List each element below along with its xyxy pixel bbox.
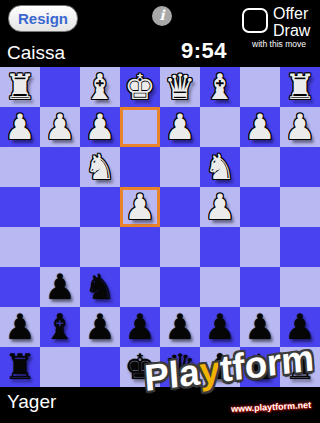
- white-knight-c3: ♞: [200, 147, 240, 187]
- square-a2[interactable]: ♟: [280, 107, 320, 147]
- square-f7[interactable]: ♟: [80, 307, 120, 347]
- square-d6[interactable]: [160, 267, 200, 307]
- square-f2[interactable]: ♟: [80, 107, 120, 147]
- white-pawn-g2: ♟: [40, 107, 80, 147]
- bottom-player-name: Yager: [7, 391, 56, 413]
- square-b3[interactable]: [240, 147, 280, 187]
- draw-line: Draw: [273, 22, 310, 39]
- black-pawn-c7: ♟: [200, 307, 240, 347]
- square-h8[interactable]: ♜: [0, 347, 40, 387]
- square-a6[interactable]: [280, 267, 320, 307]
- square-g1[interactable]: [40, 67, 80, 107]
- square-h7[interactable]: ♟: [0, 307, 40, 347]
- square-f6[interactable]: ♞: [80, 267, 120, 307]
- square-f4[interactable]: [80, 187, 120, 227]
- white-knight-f3: ♞: [80, 147, 120, 187]
- square-c4[interactable]: ♟: [200, 187, 240, 227]
- square-a3[interactable]: [280, 147, 320, 187]
- white-pawn-d2: ♟: [160, 107, 200, 147]
- square-c7[interactable]: ♟: [200, 307, 240, 347]
- info-icon[interactable]: i: [152, 6, 172, 26]
- white-pawn-h2: ♟: [0, 107, 40, 147]
- square-c2[interactable]: [200, 107, 240, 147]
- square-g4[interactable]: [40, 187, 80, 227]
- square-e2[interactable]: [120, 107, 160, 147]
- square-e6[interactable]: [120, 267, 160, 307]
- square-h5[interactable]: [0, 227, 40, 267]
- white-rook-a1: ♜: [280, 67, 320, 107]
- square-f1[interactable]: ♝: [80, 67, 120, 107]
- offer-draw-label[interactable]: OfferDraw: [273, 5, 310, 39]
- square-c3[interactable]: ♞: [200, 147, 240, 187]
- watermark-text: Pla: [143, 351, 201, 399]
- square-d5[interactable]: [160, 227, 200, 267]
- with-this-move-note: with this move: [238, 39, 320, 49]
- square-g8[interactable]: [40, 347, 80, 387]
- white-bishop-f1: ♝: [80, 67, 120, 107]
- square-d7[interactable]: ♟: [160, 307, 200, 347]
- square-g2[interactable]: ♟: [40, 107, 80, 147]
- square-d3[interactable]: [160, 147, 200, 187]
- square-g7[interactable]: ♝: [40, 307, 80, 347]
- square-c1[interactable]: ♝: [200, 67, 240, 107]
- game-clock: 9:54: [127, 38, 227, 64]
- white-bishop-c1: ♝: [200, 67, 240, 107]
- square-e5[interactable]: [120, 227, 160, 267]
- square-h6[interactable]: [0, 267, 40, 307]
- square-e3[interactable]: [120, 147, 160, 187]
- square-f8[interactable]: [80, 347, 120, 387]
- top-player-name: Caissa: [7, 42, 65, 64]
- square-g6[interactable]: ♟: [40, 267, 80, 307]
- white-pawn-c4: ♟: [200, 187, 240, 227]
- white-queen-d1: ♛: [160, 67, 200, 107]
- black-pawn-g6: ♟: [40, 267, 80, 307]
- square-d4[interactable]: [160, 187, 200, 227]
- square-f5[interactable]: [80, 227, 120, 267]
- white-pawn-e4: ♟: [120, 187, 160, 227]
- white-rook-h1: ♜: [0, 67, 40, 107]
- offer-draw-checkbox[interactable]: [242, 8, 268, 33]
- square-h4[interactable]: [0, 187, 40, 227]
- black-rook-h8: ♜: [0, 347, 40, 387]
- square-b2[interactable]: ♟: [240, 107, 280, 147]
- square-g3[interactable]: [40, 147, 80, 187]
- square-a4[interactable]: [280, 187, 320, 227]
- square-h3[interactable]: [0, 147, 40, 187]
- square-e7[interactable]: ♟: [120, 307, 160, 347]
- square-d2[interactable]: ♟: [160, 107, 200, 147]
- square-e1[interactable]: ♚: [120, 67, 160, 107]
- square-h1[interactable]: ♜: [0, 67, 40, 107]
- resign-button[interactable]: Resign: [8, 5, 78, 32]
- black-pawn-f7: ♟: [80, 307, 120, 347]
- square-a1[interactable]: ♜: [280, 67, 320, 107]
- square-e4[interactable]: ♟: [120, 187, 160, 227]
- black-pawn-h7: ♟: [0, 307, 40, 347]
- square-f3[interactable]: ♞: [80, 147, 120, 187]
- top-bar: Resign i OfferDraw with this move Caissa…: [0, 0, 320, 67]
- square-c6[interactable]: [200, 267, 240, 307]
- white-king-e1: ♚: [120, 67, 160, 107]
- chess-app: Resign i OfferDraw with this move Caissa…: [0, 0, 320, 423]
- white-pawn-f2: ♟: [80, 107, 120, 147]
- chess-board: ♜♝♚♛♝♜♟♟♟♟♟♟♞♞♟♟♟♞♟♝♟♟♟♟♟♟♜♚♛♝♞♜: [0, 67, 320, 387]
- black-knight-f6: ♞: [80, 267, 120, 307]
- black-pawn-d7: ♟: [160, 307, 200, 347]
- square-h2[interactable]: ♟: [0, 107, 40, 147]
- square-d1[interactable]: ♛: [160, 67, 200, 107]
- square-c5[interactable]: [200, 227, 240, 267]
- square-b1[interactable]: [240, 67, 280, 107]
- white-pawn-b2: ♟: [240, 107, 280, 147]
- black-bishop-g7: ♝: [40, 307, 80, 347]
- square-b6[interactable]: [240, 267, 280, 307]
- white-pawn-a2: ♟: [280, 107, 320, 147]
- black-pawn-e7: ♟: [120, 307, 160, 347]
- square-g5[interactable]: [40, 227, 80, 267]
- square-a5[interactable]: [280, 227, 320, 267]
- square-b4[interactable]: [240, 187, 280, 227]
- square-b5[interactable]: [240, 227, 280, 267]
- offer-line: Offer: [273, 5, 308, 22]
